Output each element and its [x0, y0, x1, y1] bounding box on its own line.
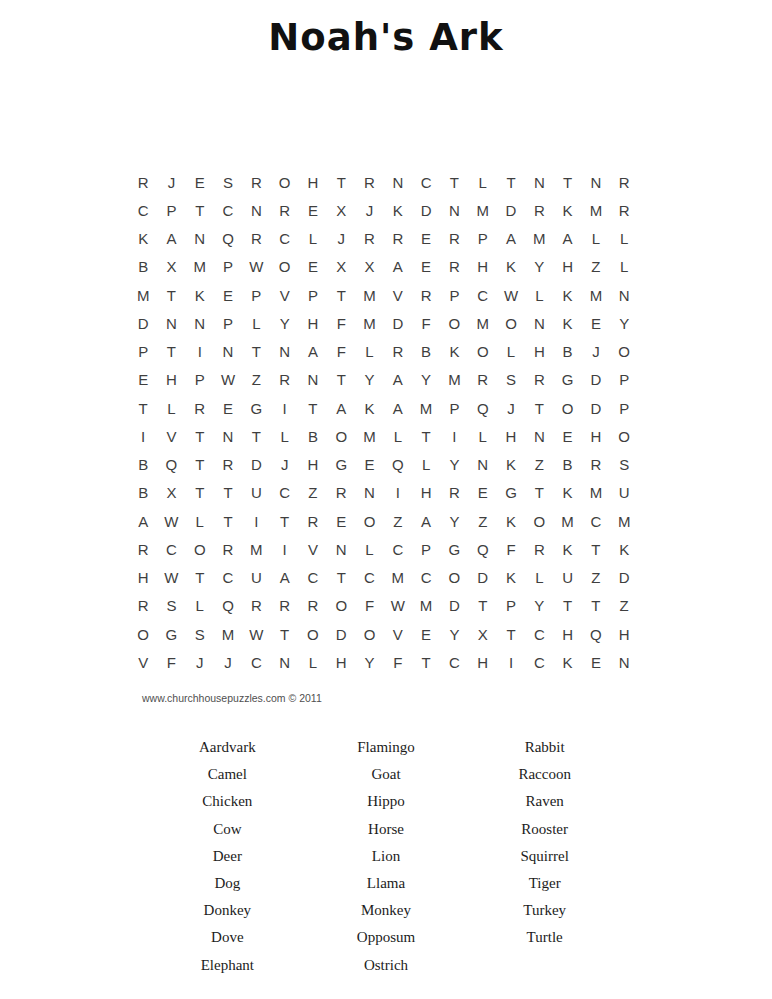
grid-cell: H — [582, 422, 610, 450]
grid-cell: N — [214, 338, 242, 366]
grid-cell: M — [355, 309, 383, 337]
grid-cell: S — [214, 168, 242, 196]
grid-cell: J — [186, 648, 214, 676]
grid-cell: K — [553, 648, 581, 676]
grid-cell: D — [469, 564, 497, 592]
grid-cell: B — [553, 338, 581, 366]
grid-cell: Y — [355, 366, 383, 394]
grid-cell: I — [384, 479, 412, 507]
grid-cell: F — [384, 648, 412, 676]
grid-cell: I — [497, 648, 525, 676]
grid-cell: H — [497, 422, 525, 450]
grid-cell: M — [469, 309, 497, 337]
grid-cell: F — [327, 338, 355, 366]
grid-cell: V — [384, 281, 412, 309]
grid-cell: R — [242, 168, 270, 196]
grid-cell: T — [242, 422, 270, 450]
grid-cell: R — [440, 479, 468, 507]
puzzle-page: Noah's Ark RJESROHTRNCTLTNTNRCPTCNREXJKD… — [0, 0, 772, 999]
grid-cell: M — [582, 479, 610, 507]
word-list-item: Donkey — [148, 897, 307, 924]
grid-cell: R — [129, 535, 157, 563]
grid-cell: R — [129, 592, 157, 620]
grid-cell: H — [299, 309, 327, 337]
grid-cell: S — [497, 366, 525, 394]
word-list-item: Opposum — [307, 924, 466, 951]
grid-cell: Y — [610, 309, 638, 337]
grid-cell: A — [384, 253, 412, 281]
grid-cell: E — [412, 225, 440, 253]
grid-cell: M — [610, 507, 638, 535]
grid-cell: B — [412, 338, 440, 366]
grid-cell: O — [327, 422, 355, 450]
grid-cell: K — [497, 507, 525, 535]
word-list-item: Turtle — [465, 924, 624, 951]
grid-cell: E — [214, 394, 242, 422]
grid-cell: P — [129, 338, 157, 366]
grid-cell: R — [242, 592, 270, 620]
word-list-item: Dove — [148, 924, 307, 951]
grid-cell: A — [129, 507, 157, 535]
grid-cell: X — [327, 253, 355, 281]
grid-cell: T — [525, 479, 553, 507]
grid-cell: G — [440, 535, 468, 563]
grid-cell: O — [440, 564, 468, 592]
grid-cell: R — [129, 168, 157, 196]
grid-cell: T — [186, 479, 214, 507]
grid-cell: C — [214, 196, 242, 224]
grid-cell: T — [412, 422, 440, 450]
grid-cell: Y — [440, 620, 468, 648]
grid-cell: Q — [469, 535, 497, 563]
grid-cell: U — [610, 479, 638, 507]
grid-cell: T — [553, 592, 581, 620]
grid-cell: S — [186, 620, 214, 648]
grid-cell: K — [610, 535, 638, 563]
grid-cell: N — [270, 338, 298, 366]
grid-cell: G — [157, 620, 185, 648]
word-list-item: Flamingo — [307, 734, 466, 761]
grid-cell: E — [327, 507, 355, 535]
grid-cell: J — [582, 338, 610, 366]
grid-cell: V — [384, 620, 412, 648]
grid-cell: C — [412, 564, 440, 592]
grid-cell: R — [440, 253, 468, 281]
grid-cell: N — [157, 309, 185, 337]
grid-cell: M — [214, 620, 242, 648]
grid-cell: Q — [214, 225, 242, 253]
grid-cell: R — [299, 507, 327, 535]
word-list-item: Deer — [148, 843, 307, 870]
grid-cell: C — [440, 648, 468, 676]
word-list-item: Ostrich — [307, 952, 466, 979]
grid-cell: R — [384, 338, 412, 366]
word-list: AardvarkCamelChickenCowDeerDogDonkeyDove… — [148, 734, 624, 979]
grid-cell: K — [553, 535, 581, 563]
grid-cell: X — [157, 253, 185, 281]
grid-cell: Q — [384, 451, 412, 479]
grid-cell: C — [214, 564, 242, 592]
grid-cell: T — [497, 168, 525, 196]
grid-cell: R — [469, 366, 497, 394]
grid-cell: V — [299, 535, 327, 563]
grid-cell: T — [157, 281, 185, 309]
grid-cell: H — [469, 253, 497, 281]
grid-cell: K — [129, 225, 157, 253]
grid-cell: E — [355, 451, 383, 479]
grid-cell: D — [242, 451, 270, 479]
grid-cell: N — [610, 648, 638, 676]
grid-cell: H — [129, 564, 157, 592]
grid-cell: E — [469, 479, 497, 507]
word-list-item: Lion — [307, 843, 466, 870]
grid-cell: J — [270, 451, 298, 479]
grid-cell: R — [412, 281, 440, 309]
grid-cell: D — [327, 620, 355, 648]
grid-cell: H — [327, 648, 355, 676]
grid-cell: T — [214, 479, 242, 507]
grid-cell: H — [553, 253, 581, 281]
grid-cell: Z — [610, 592, 638, 620]
grid-cell: C — [270, 225, 298, 253]
word-list-item: Camel — [148, 761, 307, 788]
grid-cell: Y — [440, 507, 468, 535]
grid-cell: K — [186, 281, 214, 309]
grid-cell: P — [469, 225, 497, 253]
grid-cell: T — [412, 648, 440, 676]
word-list-item: Rooster — [465, 816, 624, 843]
grid-cell: A — [412, 507, 440, 535]
grid-cell: T — [327, 564, 355, 592]
grid-cell: P — [214, 253, 242, 281]
grid-cell: L — [469, 422, 497, 450]
grid-cell: O — [525, 507, 553, 535]
grid-cell: R — [610, 168, 638, 196]
letter-grid: RJESROHTRNCTLTNTNRCPTCNREXJKDNMDRKMRKANQ… — [129, 168, 638, 677]
grid-cell: K — [355, 394, 383, 422]
grid-cell: H — [553, 620, 581, 648]
grid-cell: T — [299, 394, 327, 422]
grid-cell: T — [327, 366, 355, 394]
grid-cell: P — [440, 281, 468, 309]
grid-cell: R — [355, 168, 383, 196]
grid-cell: F — [157, 648, 185, 676]
word-list-item: Hippo — [307, 788, 466, 815]
grid-cell: T — [440, 168, 468, 196]
grid-cell: U — [242, 564, 270, 592]
grid-cell: O — [186, 535, 214, 563]
grid-cell: C — [525, 620, 553, 648]
grid-cell: X — [469, 620, 497, 648]
grid-cell: I — [270, 535, 298, 563]
grid-cell: A — [270, 564, 298, 592]
grid-cell: Y — [270, 309, 298, 337]
grid-cell: I — [242, 507, 270, 535]
grid-cell: T — [525, 394, 553, 422]
grid-cell: P — [440, 394, 468, 422]
grid-cell: K — [384, 196, 412, 224]
grid-cell: O — [355, 620, 383, 648]
grid-cell: F — [355, 592, 383, 620]
grid-cell: R — [242, 225, 270, 253]
grid-cell: A — [299, 338, 327, 366]
grid-cell: P — [186, 366, 214, 394]
grid-cell: N — [214, 422, 242, 450]
grid-cell: O — [553, 394, 581, 422]
grid-cell: O — [497, 309, 525, 337]
grid-cell: B — [299, 422, 327, 450]
grid-cell: C — [299, 564, 327, 592]
grid-cell: R — [270, 196, 298, 224]
grid-cell: T — [327, 281, 355, 309]
grid-cell: M — [355, 422, 383, 450]
grid-cell: K — [497, 564, 525, 592]
word-list-item: Raven — [465, 788, 624, 815]
grid-cell: G — [327, 451, 355, 479]
word-list-item: Aardvark — [148, 734, 307, 761]
grid-cell: I — [440, 422, 468, 450]
grid-cell: T — [469, 592, 497, 620]
grid-cell: P — [242, 281, 270, 309]
grid-cell: P — [214, 309, 242, 337]
grid-cell: D — [129, 309, 157, 337]
grid-cell: H — [525, 338, 553, 366]
grid-cell: X — [327, 196, 355, 224]
grid-cell: O — [327, 592, 355, 620]
grid-cell: T — [186, 196, 214, 224]
grid-cell: W — [242, 620, 270, 648]
grid-cell: P — [610, 366, 638, 394]
grid-cell: K — [553, 281, 581, 309]
grid-cell: J — [214, 648, 242, 676]
grid-cell: J — [157, 168, 185, 196]
grid-cell: N — [327, 535, 355, 563]
grid-cell: A — [553, 225, 581, 253]
grid-cell: N — [186, 309, 214, 337]
grid-cell: M — [582, 196, 610, 224]
grid-cell: R — [270, 592, 298, 620]
grid-cell: I — [270, 394, 298, 422]
grid-cell: N — [582, 168, 610, 196]
grid-cell: L — [497, 338, 525, 366]
grid-cell: B — [129, 451, 157, 479]
grid-cell: L — [186, 507, 214, 535]
grid-cell: T — [270, 620, 298, 648]
grid-cell: V — [129, 648, 157, 676]
grid-cell: L — [525, 564, 553, 592]
grid-cell: O — [610, 422, 638, 450]
grid-cell: O — [469, 338, 497, 366]
word-list-item: Horse — [307, 816, 466, 843]
grid-cell: B — [553, 451, 581, 479]
grid-cell: Z — [469, 507, 497, 535]
grid-cell: O — [610, 338, 638, 366]
grid-cell: R — [355, 225, 383, 253]
grid-cell: L — [525, 281, 553, 309]
grid-cell: E — [299, 196, 327, 224]
grid-cell: G — [553, 366, 581, 394]
grid-cell: O — [270, 168, 298, 196]
grid-cell: Q — [469, 394, 497, 422]
grid-cell: L — [412, 451, 440, 479]
grid-cell: M — [242, 535, 270, 563]
grid-cell: L — [270, 422, 298, 450]
grid-cell: I — [129, 422, 157, 450]
grid-cell: K — [553, 309, 581, 337]
grid-cell: L — [355, 338, 383, 366]
grid-cell: L — [242, 309, 270, 337]
grid-cell: M — [412, 394, 440, 422]
grid-cell: T — [186, 564, 214, 592]
grid-cell: W — [157, 507, 185, 535]
word-list-item: Chicken — [148, 788, 307, 815]
grid-cell: R — [610, 196, 638, 224]
grid-cell: T — [270, 507, 298, 535]
grid-cell: A — [327, 394, 355, 422]
grid-cell: L — [610, 225, 638, 253]
grid-cell: H — [299, 451, 327, 479]
grid-cell: P — [299, 281, 327, 309]
grid-cell: M — [553, 507, 581, 535]
grid-cell: V — [157, 422, 185, 450]
grid-cell: T — [242, 338, 270, 366]
grid-cell: N — [384, 168, 412, 196]
grid-cell: R — [525, 535, 553, 563]
grid-cell: W — [497, 281, 525, 309]
grid-cell: X — [355, 253, 383, 281]
grid-cell: K — [440, 338, 468, 366]
grid-cell: D — [412, 196, 440, 224]
grid-cell: M — [582, 281, 610, 309]
grid-cell: C — [525, 648, 553, 676]
grid-cell: B — [129, 479, 157, 507]
grid-cell: E — [129, 366, 157, 394]
word-list-item: Rabbit — [465, 734, 624, 761]
grid-cell: W — [157, 564, 185, 592]
grid-cell: H — [610, 620, 638, 648]
grid-cell: C — [242, 648, 270, 676]
grid-cell: Q — [157, 451, 185, 479]
grid-cell: R — [299, 592, 327, 620]
grid-cell: C — [129, 196, 157, 224]
grid-cell: C — [355, 564, 383, 592]
grid-cell: A — [497, 225, 525, 253]
grid-cell: F — [327, 309, 355, 337]
grid-cell: R — [525, 196, 553, 224]
grid-cell: E — [582, 309, 610, 337]
grid-cell: E — [299, 253, 327, 281]
grid-cell: N — [440, 196, 468, 224]
grid-cell: S — [157, 592, 185, 620]
grid-cell: C — [157, 535, 185, 563]
grid-cell: M — [440, 366, 468, 394]
grid-cell: M — [186, 253, 214, 281]
grid-cell: T — [582, 592, 610, 620]
word-list-item: Cow — [148, 816, 307, 843]
grid-cell: E — [582, 648, 610, 676]
grid-cell: R — [186, 394, 214, 422]
grid-cell: Y — [440, 451, 468, 479]
grid-cell: N — [242, 196, 270, 224]
grid-cell: Z — [299, 479, 327, 507]
grid-cell: U — [553, 564, 581, 592]
grid-cell: R — [525, 366, 553, 394]
grid-cell: O — [270, 253, 298, 281]
grid-cell: E — [214, 281, 242, 309]
grid-cell: Y — [525, 592, 553, 620]
grid-cell: D — [497, 196, 525, 224]
grid-cell: X — [157, 479, 185, 507]
grid-cell: E — [186, 168, 214, 196]
grid-cell: Z — [525, 451, 553, 479]
grid-cell: O — [355, 507, 383, 535]
word-list-item: Elephant — [148, 952, 307, 979]
grid-cell: N — [525, 168, 553, 196]
grid-cell: P — [497, 592, 525, 620]
grid-cell: J — [355, 196, 383, 224]
grid-cell: J — [327, 225, 355, 253]
grid-cell: D — [582, 366, 610, 394]
grid-cell: R — [384, 225, 412, 253]
grid-cell: N — [525, 422, 553, 450]
grid-cell: H — [157, 366, 185, 394]
grid-cell: T — [327, 168, 355, 196]
grid-cell: A — [157, 225, 185, 253]
grid-cell: B — [129, 253, 157, 281]
grid-cell: L — [157, 394, 185, 422]
grid-cell: O — [440, 309, 468, 337]
grid-cell: S — [610, 451, 638, 479]
grid-cell: I — [186, 338, 214, 366]
grid-cell: T — [129, 394, 157, 422]
grid-cell: R — [214, 451, 242, 479]
grid-cell: T — [497, 620, 525, 648]
grid-cell: M — [525, 225, 553, 253]
grid-cell: Z — [384, 507, 412, 535]
grid-cell: A — [384, 394, 412, 422]
grid-cell: T — [186, 451, 214, 479]
grid-cell: V — [270, 281, 298, 309]
grid-cell: C — [412, 168, 440, 196]
grid-cell: T — [157, 338, 185, 366]
grid-cell: Z — [582, 564, 610, 592]
grid-cell: D — [582, 394, 610, 422]
grid-cell: K — [497, 253, 525, 281]
grid-cell: N — [525, 309, 553, 337]
grid-cell: E — [553, 422, 581, 450]
grid-cell: D — [610, 564, 638, 592]
grid-cell: L — [582, 225, 610, 253]
grid-cell: T — [214, 507, 242, 535]
grid-cell: C — [384, 535, 412, 563]
grid-cell: J — [497, 394, 525, 422]
grid-cell: K — [553, 479, 581, 507]
word-list-item: Squirrel — [465, 843, 624, 870]
grid-cell: F — [497, 535, 525, 563]
grid-cell: P — [610, 394, 638, 422]
grid-cell: L — [355, 535, 383, 563]
word-list-item: Goat — [307, 761, 466, 788]
grid-cell: R — [440, 225, 468, 253]
copyright-text: www.churchhousepuzzles.com © 2011 — [142, 692, 322, 704]
word-list-item: Dog — [148, 870, 307, 897]
grid-cell: M — [412, 592, 440, 620]
word-list-item: Raccoon — [465, 761, 624, 788]
grid-cell: G — [242, 394, 270, 422]
grid-cell: R — [270, 366, 298, 394]
grid-cell: Z — [582, 253, 610, 281]
grid-cell: H — [469, 648, 497, 676]
